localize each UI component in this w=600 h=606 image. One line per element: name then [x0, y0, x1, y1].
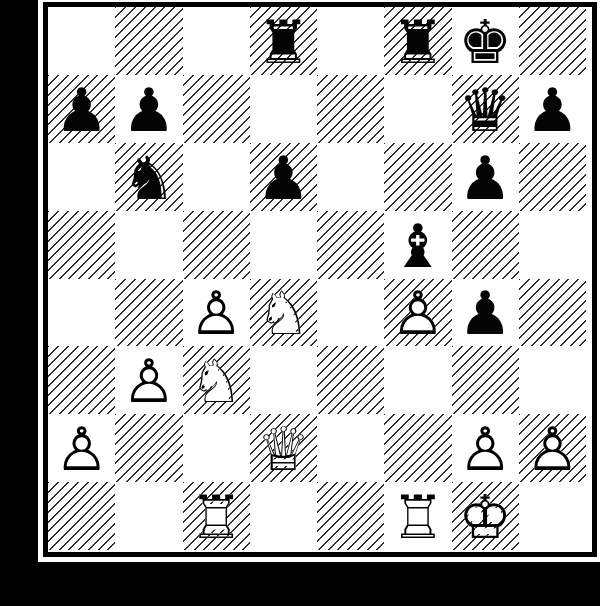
piece-glyph: ♞	[122, 148, 176, 208]
piece-white-rook: ♜♖	[183, 482, 250, 550]
square-a2[interactable]: ♟♙	[48, 414, 115, 482]
square-a4[interactable]	[48, 279, 115, 347]
page-background: ♜♜♚♟♟♛♟♞♟♟♝♟♙♞♘♟♙♟♟♙♞♘♟♙♛♕♟♙♟♙♜♖♜♖♚♔	[0, 0, 600, 606]
square-d5[interactable]	[250, 211, 317, 279]
piece-glyph: ♜	[391, 12, 445, 72]
square-h1[interactable]	[519, 482, 586, 550]
piece-glyph-outline: ♙	[525, 419, 579, 479]
piece-glyph: ♟	[55, 80, 109, 140]
piece-black-pawn: ♟	[115, 75, 182, 143]
square-h8[interactable]	[519, 7, 586, 75]
piece-black-pawn: ♟	[48, 75, 115, 143]
square-a6[interactable]	[48, 143, 115, 211]
piece-white-king: ♚♔	[452, 482, 519, 550]
square-e5[interactable]	[317, 211, 384, 279]
square-d3[interactable]	[250, 346, 317, 414]
piece-glyph-outline: ♖	[391, 487, 445, 547]
piece-black-pawn: ♟	[519, 75, 586, 143]
square-a1[interactable]	[48, 482, 115, 550]
square-e6[interactable]	[317, 143, 384, 211]
square-e1[interactable]	[317, 482, 384, 550]
piece-glyph: ♚	[458, 12, 512, 72]
piece-white-rook: ♜♖	[384, 482, 451, 550]
square-h7[interactable]: ♟	[519, 75, 586, 143]
square-h3[interactable]	[519, 346, 586, 414]
piece-black-pawn: ♟	[452, 143, 519, 211]
square-c5[interactable]	[183, 211, 250, 279]
piece-white-pawn: ♟♙	[183, 279, 250, 347]
square-a7[interactable]: ♟	[48, 75, 115, 143]
piece-white-pawn: ♟♙	[519, 414, 586, 482]
square-c6[interactable]	[183, 143, 250, 211]
piece-glyph-outline: ♙	[55, 419, 109, 479]
square-a3[interactable]	[48, 346, 115, 414]
square-g4[interactable]: ♟	[452, 279, 519, 347]
square-g7[interactable]: ♛	[452, 75, 519, 143]
square-e2[interactable]	[317, 414, 384, 482]
square-a8[interactable]	[48, 7, 115, 75]
square-d6[interactable]: ♟	[250, 143, 317, 211]
square-b2[interactable]	[115, 414, 182, 482]
piece-glyph-outline: ♙	[189, 283, 243, 343]
square-e4[interactable]	[317, 279, 384, 347]
square-d8[interactable]: ♜	[250, 7, 317, 75]
piece-glyph: ♟	[256, 148, 310, 208]
square-f8[interactable]: ♜	[384, 7, 451, 75]
piece-glyph: ♜	[256, 12, 310, 72]
piece-white-pawn: ♟♙	[452, 414, 519, 482]
piece-glyph-outline: ♔	[458, 487, 512, 547]
square-b1[interactable]	[115, 482, 182, 550]
square-f3[interactable]	[384, 346, 451, 414]
scan-margin: ♜♜♚♟♟♛♟♞♟♟♝♟♙♞♘♟♙♟♟♙♞♘♟♙♛♕♟♙♟♙♜♖♜♖♚♔	[38, 0, 600, 562]
square-f2[interactable]	[384, 414, 451, 482]
piece-glyph: ♟	[458, 148, 512, 208]
square-e3[interactable]	[317, 346, 384, 414]
piece-glyph-outline: ♘	[189, 351, 243, 411]
piece-glyph-outline: ♕	[256, 419, 310, 479]
piece-white-knight: ♞♘	[183, 346, 250, 414]
piece-glyph: ♟	[525, 80, 579, 140]
square-g3[interactable]	[452, 346, 519, 414]
square-c2[interactable]	[183, 414, 250, 482]
piece-glyph: ♟	[458, 283, 512, 343]
square-b4[interactable]	[115, 279, 182, 347]
piece-black-knight: ♞	[115, 143, 182, 211]
square-e8[interactable]	[317, 7, 384, 75]
square-h4[interactable]	[519, 279, 586, 347]
piece-black-rook: ♜	[384, 7, 451, 75]
piece-white-knight: ♞♘	[250, 279, 317, 347]
square-b7[interactable]: ♟	[115, 75, 182, 143]
piece-white-pawn: ♟♙	[384, 279, 451, 347]
square-h2[interactable]: ♟♙	[519, 414, 586, 482]
square-d2[interactable]: ♛♕	[250, 414, 317, 482]
square-c1[interactable]: ♜♖	[183, 482, 250, 550]
piece-glyph-outline: ♙	[391, 283, 445, 343]
board-frame: ♜♜♚♟♟♛♟♞♟♟♝♟♙♞♘♟♙♟♟♙♞♘♟♙♛♕♟♙♟♙♜♖♜♖♚♔	[43, 2, 597, 557]
piece-glyph: ♟	[122, 80, 176, 140]
square-c8[interactable]	[183, 7, 250, 75]
square-g5[interactable]	[452, 211, 519, 279]
piece-black-pawn: ♟	[452, 279, 519, 347]
piece-white-pawn: ♟♙	[115, 346, 182, 414]
piece-black-king: ♚	[452, 7, 519, 75]
square-g2[interactable]: ♟♙	[452, 414, 519, 482]
square-g6[interactable]: ♟	[452, 143, 519, 211]
square-e7[interactable]	[317, 75, 384, 143]
square-g1[interactable]: ♚♔	[452, 482, 519, 550]
piece-black-rook: ♜	[250, 7, 317, 75]
piece-black-pawn: ♟	[250, 143, 317, 211]
square-b8[interactable]	[115, 7, 182, 75]
square-c7[interactable]	[183, 75, 250, 143]
square-h5[interactable]	[519, 211, 586, 279]
square-h6[interactable]	[519, 143, 586, 211]
piece-white-pawn: ♟♙	[48, 414, 115, 482]
square-c3[interactable]: ♞♘	[183, 346, 250, 414]
square-b6[interactable]: ♞	[115, 143, 182, 211]
piece-glyph: ♛	[458, 80, 512, 140]
square-f1[interactable]: ♜♖	[384, 482, 451, 550]
piece-glyph-outline: ♖	[189, 487, 243, 547]
square-g8[interactable]: ♚	[452, 7, 519, 75]
piece-glyph: ♝	[391, 216, 445, 276]
piece-glyph-outline: ♘	[256, 283, 310, 343]
square-a5[interactable]	[48, 211, 115, 279]
square-c4[interactable]: ♟♙	[183, 279, 250, 347]
square-f6[interactable]	[384, 143, 451, 211]
piece-glyph-outline: ♙	[122, 351, 176, 411]
piece-black-queen: ♛	[452, 75, 519, 143]
chess-board: ♜♜♚♟♟♛♟♞♟♟♝♟♙♞♘♟♙♟♟♙♞♘♟♙♛♕♟♙♟♙♜♖♜♖♚♔	[48, 7, 586, 550]
square-d4[interactable]: ♞♘	[250, 279, 317, 347]
square-f5[interactable]: ♝	[384, 211, 451, 279]
piece-black-bishop: ♝	[384, 211, 451, 279]
square-d1[interactable]	[250, 482, 317, 550]
square-f4[interactable]: ♟♙	[384, 279, 451, 347]
piece-white-queen: ♛♕	[250, 414, 317, 482]
square-b3[interactable]: ♟♙	[115, 346, 182, 414]
square-d7[interactable]	[250, 75, 317, 143]
square-b5[interactable]	[115, 211, 182, 279]
square-f7[interactable]	[384, 75, 451, 143]
piece-glyph-outline: ♙	[458, 419, 512, 479]
